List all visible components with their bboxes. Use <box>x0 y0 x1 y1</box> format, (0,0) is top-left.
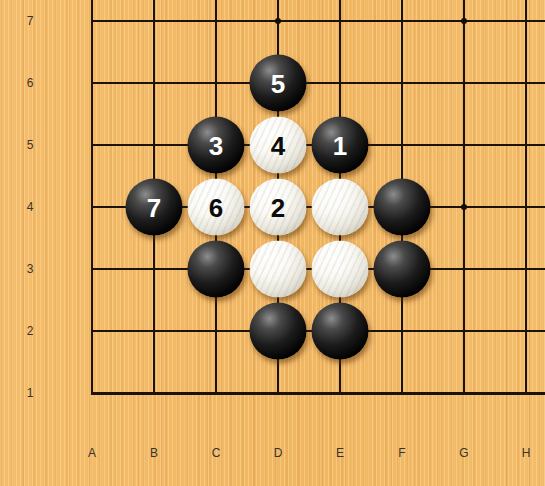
grid-line-col-H <box>525 0 527 395</box>
stone-black-c3[interactable] <box>188 241 245 298</box>
stone-move-number: 1 <box>333 132 347 158</box>
stone-black-b4[interactable]: 7 <box>126 179 183 236</box>
row-label-1: 1 <box>27 386 34 400</box>
grid-line-row-6 <box>91 82 545 84</box>
stone-move-number: 3 <box>209 132 223 158</box>
go-board[interactable]: 53417627654321ABCDEFGH <box>0 0 545 486</box>
star-point-G7 <box>461 18 467 24</box>
column-label-G: G <box>459 446 468 460</box>
row-label-5: 5 <box>27 138 34 152</box>
stone-move-number: 2 <box>271 194 285 220</box>
stone-white-e3[interactable] <box>312 241 369 298</box>
stone-move-number: 7 <box>147 194 161 220</box>
star-point-D7 <box>275 18 281 24</box>
stone-black-f3[interactable] <box>374 241 431 298</box>
grid-line-row-1 <box>91 392 545 395</box>
row-label-2: 2 <box>27 324 34 338</box>
stone-white-d3[interactable] <box>250 241 307 298</box>
stone-black-d6[interactable]: 5 <box>250 55 307 112</box>
stone-move-number: 6 <box>209 194 223 220</box>
row-label-4: 4 <box>27 200 34 214</box>
column-label-D: D <box>274 446 283 460</box>
row-label-6: 6 <box>27 76 34 90</box>
column-label-F: F <box>398 446 405 460</box>
stone-white-d5[interactable]: 4 <box>250 117 307 174</box>
column-label-H: H <box>522 446 531 460</box>
column-label-A: A <box>88 446 96 460</box>
row-label-7: 7 <box>27 14 34 28</box>
stone-move-number: 5 <box>271 70 285 96</box>
stone-white-c4[interactable]: 6 <box>188 179 245 236</box>
column-label-C: C <box>212 446 221 460</box>
column-label-B: B <box>150 446 158 460</box>
stone-white-d4[interactable]: 2 <box>250 179 307 236</box>
grid-line-col-G <box>463 0 465 395</box>
stone-move-number: 4 <box>271 132 285 158</box>
column-label-E: E <box>336 446 344 460</box>
stone-black-c5[interactable]: 3 <box>188 117 245 174</box>
grid-line-col-A <box>91 0 94 395</box>
stone-black-e2[interactable] <box>312 303 369 360</box>
star-point-G4 <box>461 204 467 210</box>
stone-black-e5[interactable]: 1 <box>312 117 369 174</box>
stone-black-d2[interactable] <box>250 303 307 360</box>
grid-line-row-7 <box>91 20 545 22</box>
stone-white-e4[interactable] <box>312 179 369 236</box>
stone-black-f4[interactable] <box>374 179 431 236</box>
row-label-3: 3 <box>27 262 34 276</box>
